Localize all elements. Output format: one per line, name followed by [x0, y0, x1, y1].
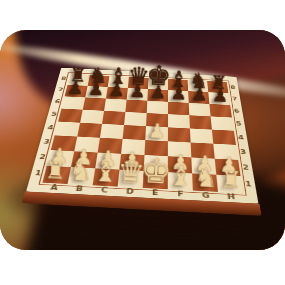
rank-label-right-5: 5	[231, 118, 245, 132]
square-d6[interactable]	[125, 100, 147, 113]
square-f4[interactable]	[167, 127, 190, 142]
piece-black-pawn-c7[interactable]: ♟	[105, 81, 127, 100]
square-f6[interactable]	[167, 102, 188, 116]
file-label-c: C	[91, 185, 118, 196]
piece-black-pawn-h7[interactable]: ♟	[209, 86, 231, 105]
square-b5[interactable]	[80, 110, 104, 124]
square-g5[interactable]	[189, 115, 212, 129]
square-h4[interactable]	[211, 130, 235, 145]
file-label-h: H	[217, 192, 244, 203]
file-label-a: A	[39, 183, 67, 194]
rank-label-left-6: 6	[49, 96, 64, 109]
square-e6[interactable]	[146, 101, 167, 114]
square-b6[interactable]	[82, 97, 105, 110]
piece-black-pawn-g7[interactable]: ♟	[188, 85, 210, 104]
square-a4[interactable]	[54, 122, 80, 137]
piece-white-rook-a1[interactable]: ♜	[42, 159, 68, 184]
piece-white-knight-g1[interactable]: ♞	[192, 164, 218, 192]
rank-label-right-6: 6	[230, 105, 243, 118]
piece-black-pawn-e7[interactable]: ♟	[147, 83, 169, 102]
piece-black-pawn-d7[interactable]: ♟	[126, 82, 148, 101]
piece-white-knight-b1[interactable]: ♞	[67, 158, 93, 186]
piece-white-rook-h1[interactable]: ♜	[217, 168, 243, 193]
piece-black-pawn-f7[interactable]: ♟	[168, 84, 190, 103]
square-h6[interactable]	[209, 104, 232, 118]
piece-white-bishop-f1[interactable]: ♝	[167, 162, 194, 191]
file-label-g: G	[192, 191, 218, 202]
file-label-b: B	[65, 184, 92, 195]
chess-board[interactable]: ♜♞♝♛♚♝♞♜♟♟♟♟♟♟♟♟♟♟♟♟♟♟♟♟♜♞♝♛♚♝♞♜ ABCDEFG…	[26, 68, 258, 204]
square-a5[interactable]	[58, 109, 83, 123]
file-label-f: F	[167, 189, 193, 200]
square-c4[interactable]	[99, 124, 123, 139]
piece-black-pawn-b7[interactable]: ♟	[85, 80, 107, 99]
square-d4[interactable]	[122, 125, 145, 140]
square-g6[interactable]	[188, 103, 210, 117]
piece-white-king-e1[interactable]: ♚	[142, 154, 169, 190]
square-c5[interactable]	[102, 111, 125, 125]
square-f5[interactable]	[167, 114, 189, 128]
file-label-e: E	[142, 188, 168, 199]
square-c6[interactable]	[104, 99, 127, 112]
chess-photo-card: ♜♞♝♛♚♝♞♜♟♟♟♟♟♟♟♟♟♟♟♟♟♟♟♟♜♞♝♛♚♝♞♜ ABCDEFG…	[0, 30, 285, 250]
square-a6[interactable]	[61, 96, 85, 109]
square-g4[interactable]	[189, 128, 212, 143]
piece-white-pawn-e4[interactable]: ♟	[145, 121, 169, 142]
square-d5[interactable]	[124, 112, 147, 126]
file-label-d: D	[116, 187, 142, 198]
piece-black-pawn-a7[interactable]: ♟	[64, 78, 86, 97]
square-h5[interactable]	[210, 116, 233, 130]
square-b4[interactable]	[77, 123, 102, 138]
piece-white-bishop-c1[interactable]: ♝	[92, 158, 119, 187]
